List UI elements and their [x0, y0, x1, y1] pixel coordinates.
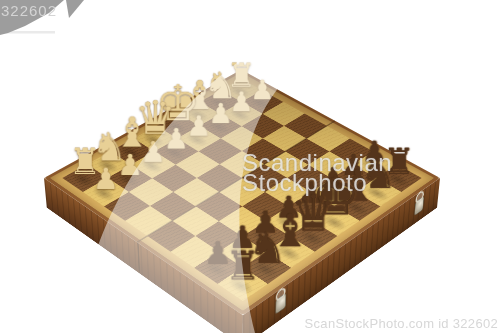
watermark-center-text: Scandinavian Stockphoto — [242, 153, 392, 193]
watermark-footer: ScanStockPhoto.com id 322602 — [305, 316, 498, 331]
brass-clasp-far — [414, 195, 424, 215]
stock-photo-frame: ♜♟♟♜♞♟♟♞♝♟♟♝♚♟♟♚♛♟♟♛♝♟♟♝♞♟♟♞♜♟♟♜ Scandin… — [0, 0, 500, 333]
brass-clasp-near — [275, 292, 286, 314]
watermark-image-id: 322602 — [1, 2, 57, 19]
watermark-line2: Stockphoto — [242, 173, 392, 193]
fold-seam-side — [137, 242, 140, 274]
